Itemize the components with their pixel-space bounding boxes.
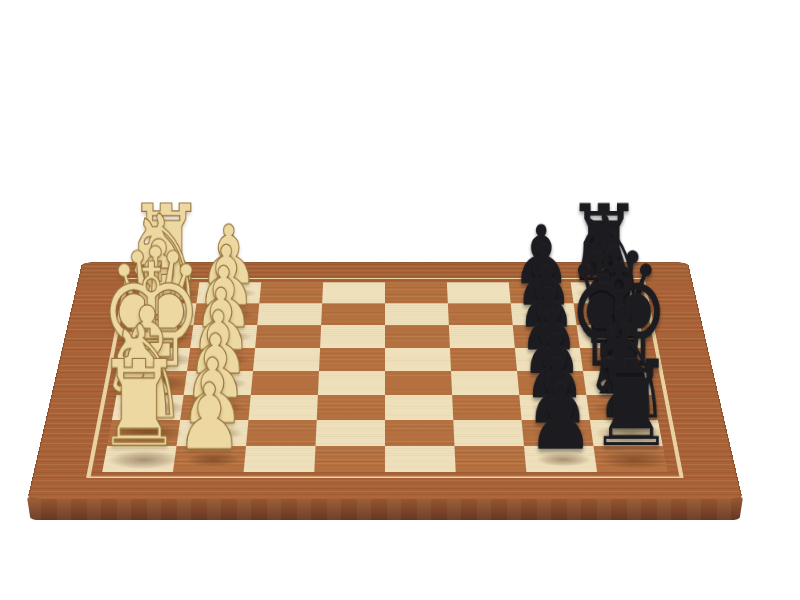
- black-pawn-glyph: ♟: [527, 371, 594, 463]
- chess-board: ♜♞♝♛♚♝♞♜♟♟♟♟♟♟♟♟♟♟♟♟♟♟♟♟♜♞♝♛♚♝♞♜: [27, 262, 742, 499]
- white-pawn-glyph: ♟: [176, 371, 243, 463]
- pieces-layer: ♜♞♝♛♚♝♞♜♟♟♟♟♟♟♟♟♟♟♟♟♟♟♟♟♜♞♝♛♚♝♞♜: [27, 262, 742, 499]
- board-edge: [27, 497, 743, 520]
- white-rook-glyph: ♜: [95, 344, 183, 463]
- black-rook-glyph: ♜: [587, 344, 675, 463]
- photo-scene: ♜♞♝♛♚♝♞♜♟♟♟♟♟♟♟♟♟♟♟♟♟♟♟♟♜♞♝♛♚♝♞♜: [0, 0, 800, 600]
